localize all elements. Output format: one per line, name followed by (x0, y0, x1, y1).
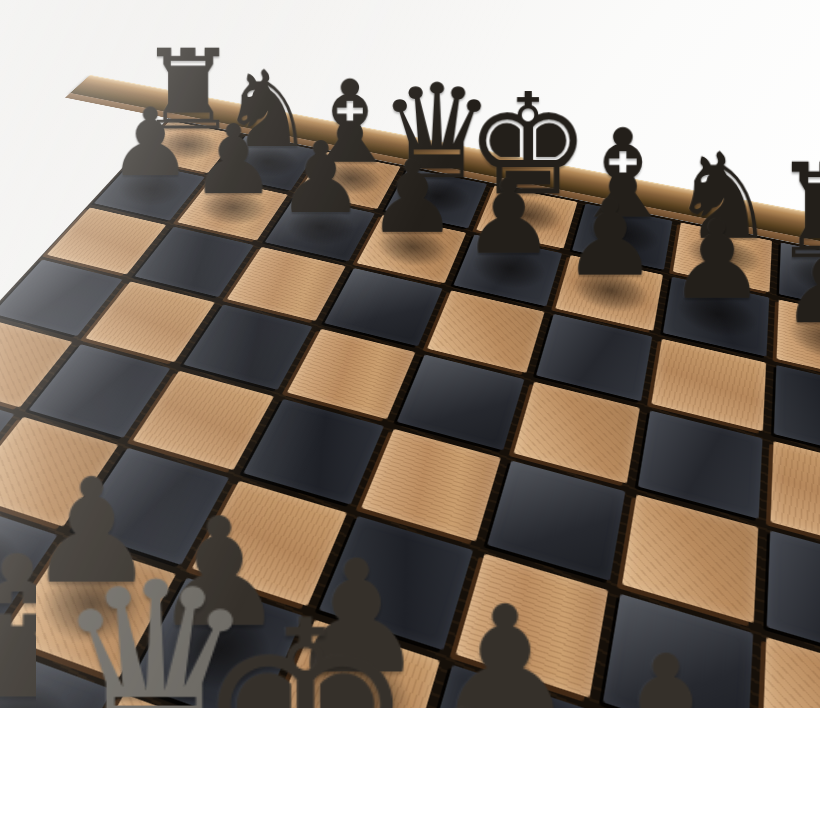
scene: ♜♞♝♛♚♝♞♜♟♟♟♟♟♟♟♟♟♟♟♟♟♟♟♟♜♞♝♛♚♝♞♜ (0, 0, 820, 820)
photo-frame: ♜♞♝♛♚♝♞♜♟♟♟♟♟♟♟♟♟♟♟♟♟♟♟♟♜♞♝♛♚♝♞♜ (0, 0, 820, 820)
white-background-band (0, 708, 820, 820)
